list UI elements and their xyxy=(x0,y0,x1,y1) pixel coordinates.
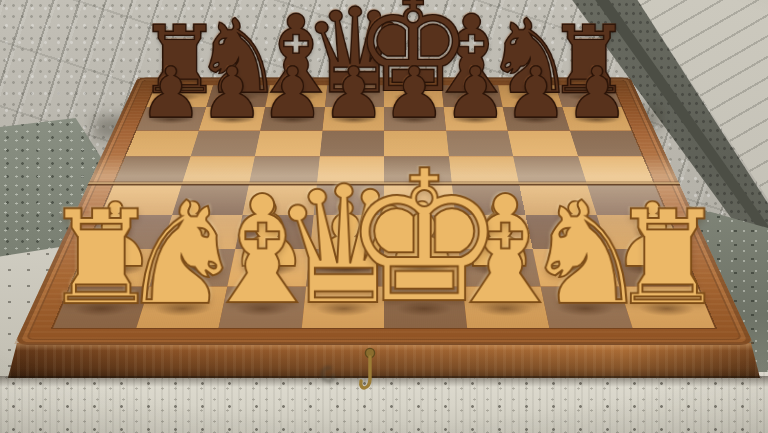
latch-hook-icon xyxy=(357,346,383,402)
chessboard-photo: ♜♞♝♛♚♝♞♜♟♟♟♟♟♟♟♟♟♟♟♟♟♟♟♟♜♞♝♛♚♝♞♜ xyxy=(0,0,768,433)
board-scene: ♜♞♝♛♚♝♞♜♟♟♟♟♟♟♟♟♟♟♟♟♟♟♟♟♜♞♝♛♚♝♞♜ xyxy=(0,0,768,433)
board-frame xyxy=(14,77,754,345)
board-3d: ♜♞♝♛♚♝♞♜♟♟♟♟♟♟♟♟♟♟♟♟♟♟♟♟♜♞♝♛♚♝♞♜ xyxy=(14,77,754,345)
